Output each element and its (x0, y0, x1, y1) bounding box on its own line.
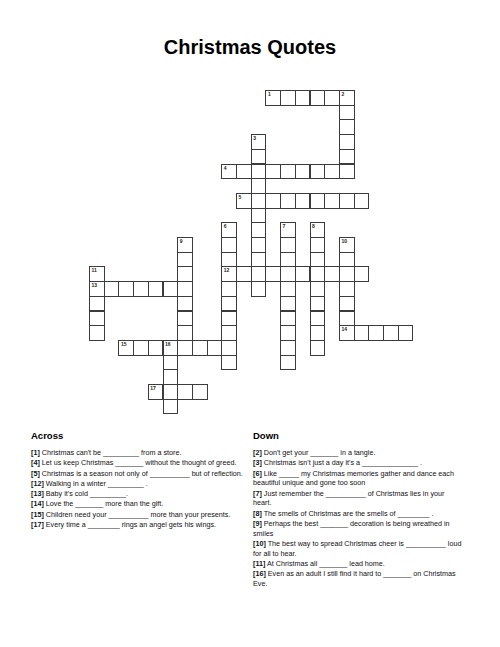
grid-cell-r16c19[interactable] (368, 325, 384, 341)
grid-cell-r12c6[interactable] (177, 266, 193, 282)
grid-cell-r16c13[interactable] (280, 325, 296, 341)
grid-cell-r16c20[interactable] (383, 325, 399, 341)
cell-number: 3 (252, 135, 266, 141)
down-clues-section: Down [2] Don't get your _______ in a tan… (253, 430, 464, 589)
clue-number: [9] (253, 519, 262, 528)
cell-number: 10 (340, 238, 354, 244)
grid-cell-r13c2[interactable] (118, 281, 134, 297)
grid-cell-r9c15[interactable]: 8 (310, 222, 326, 238)
grid-cell-r14c17[interactable] (339, 296, 355, 312)
cell-number: 14 (340, 326, 354, 332)
grid-cell-r2c17[interactable] (339, 119, 355, 135)
grid-cell-r9c11[interactable] (251, 222, 267, 238)
grid-cell-r17c3[interactable] (133, 340, 149, 356)
grid-cell-r12c18[interactable] (354, 266, 370, 282)
cell-number: 17 (149, 385, 163, 391)
grid-cell-r5c17[interactable] (339, 164, 355, 180)
cell-number: 15 (119, 341, 133, 347)
grid-cell-r5c11[interactable] (251, 164, 267, 180)
grid-cell-r3c17[interactable] (339, 134, 355, 150)
grid-cell-r13c15[interactable] (310, 281, 326, 297)
clue-number: [13] (31, 489, 44, 498)
grid-cell-r5c13[interactable] (280, 164, 296, 180)
grid-cell-r0c12[interactable]: 1 (265, 90, 281, 106)
crossword-grid: 1234567891011121314151617 (89, 90, 413, 414)
cell-number: 6 (222, 223, 236, 229)
grid-cell-r4c11[interactable] (251, 149, 267, 165)
grid-cell-r7c10[interactable]: 5 (236, 193, 252, 209)
grid-cell-r13c11[interactable] (251, 281, 267, 297)
grid-cell-r0c14[interactable] (295, 90, 311, 106)
grid-cell-r20c6[interactable] (177, 384, 193, 400)
clue-number: [5] (31, 469, 40, 478)
clue-number: [10] (253, 539, 266, 548)
grid-cell-r5c14[interactable] (295, 164, 311, 180)
grid-cell-r5c9[interactable]: 4 (221, 164, 237, 180)
grid-cell-r0c16[interactable] (324, 90, 340, 106)
grid-cell-r16c18[interactable] (354, 325, 370, 341)
grid-cell-r3c11[interactable]: 3 (251, 134, 267, 150)
grid-cell-r10c6[interactable]: 9 (177, 237, 193, 253)
grid-cell-r12c11[interactable] (251, 266, 267, 282)
grid-cell-r18c9[interactable] (221, 355, 237, 371)
grid-cell-r10c11[interactable] (251, 237, 267, 253)
clue-across-12: [12] Walking in a winter _________ . (31, 479, 250, 489)
grid-cell-r14c15[interactable] (310, 296, 326, 312)
clue-down-7: [7] Just remember the __________ of Chri… (253, 489, 464, 508)
grid-cell-r11c15[interactable] (310, 252, 326, 268)
grid-cell-r19c5[interactable] (163, 369, 179, 385)
grid-cell-r7c15[interactable] (310, 193, 326, 209)
grid-cell-r7c18[interactable] (354, 193, 370, 209)
clue-down-16: [16] Even as an adult I still find it ha… (253, 569, 464, 588)
across-clues: [1] Christmas can't be _________ from a … (31, 448, 250, 530)
clue-number: [2] (253, 448, 262, 457)
grid-cell-r14c13[interactable] (280, 296, 296, 312)
grid-cell-r17c9[interactable] (221, 340, 237, 356)
page-title: Christmas Quotes (0, 36, 500, 59)
grid-cell-r1c17[interactable] (339, 105, 355, 121)
cell-number: 5 (237, 194, 251, 200)
grid-cell-r5c12[interactable] (265, 164, 281, 180)
grid-cell-r17c2[interactable]: 15 (118, 340, 134, 356)
clue-down-3: [3] Christmas isn't just a day it's a __… (253, 458, 464, 468)
grid-cell-r17c7[interactable] (192, 340, 208, 356)
grid-cell-r13c4[interactable] (148, 281, 164, 297)
clue-across-5: [5] Christmas is a season not only of __… (31, 469, 250, 479)
clue-across-14: [14] Love the _______ more than the gift… (31, 499, 250, 509)
grid-cell-r10c9[interactable] (221, 237, 237, 253)
grid-cell-r17c4[interactable] (148, 340, 164, 356)
clue-down-9: [9] Perhaps the best _______ decoration … (253, 519, 464, 538)
cell-number: 4 (222, 165, 236, 171)
grid-cell-r0c15[interactable] (310, 90, 326, 106)
grid-cell-r5c10[interactable] (236, 164, 252, 180)
grid-cell-r17c13[interactable] (280, 340, 296, 356)
cell-number: 9 (178, 238, 192, 244)
grid-cell-r10c17[interactable]: 10 (339, 237, 355, 253)
grid-cell-r16c9[interactable] (221, 325, 237, 341)
grid-cell-r16c17[interactable]: 14 (339, 325, 355, 341)
grid-cell-r12c15[interactable] (310, 266, 326, 282)
down-clues: [2] Don't get your _______ in a tangle.[… (253, 448, 464, 589)
grid-cell-r11c17[interactable] (339, 252, 355, 268)
grid-cell-r12c16[interactable] (324, 266, 340, 282)
cell-number: 1 (266, 91, 280, 97)
grid-cell-r12c10[interactable] (236, 266, 252, 282)
cell-number: 11 (90, 267, 104, 273)
grid-cell-r12c12[interactable] (265, 266, 281, 282)
clue-number: [14] (31, 499, 44, 508)
grid-cell-r21c5[interactable] (163, 399, 179, 415)
grid-cell-r13c13[interactable] (280, 281, 296, 297)
grid-cell-r5c16[interactable] (324, 164, 340, 180)
grid-cell-r4c17[interactable] (339, 149, 355, 165)
grid-cell-r12c13[interactable] (280, 266, 296, 282)
cell-number: 7 (281, 223, 295, 229)
grid-cell-r20c4[interactable]: 17 (148, 384, 164, 400)
grid-cell-r16c0[interactable] (89, 325, 105, 341)
grid-cell-r11c6[interactable] (177, 252, 193, 268)
clue-number: [11] (253, 559, 265, 568)
grid-cell-r20c7[interactable] (192, 384, 208, 400)
cell-number: 13 (90, 282, 104, 288)
grid-cell-r7c11[interactable] (251, 193, 267, 209)
grid-cell-r11c9[interactable] (221, 252, 237, 268)
cell-number: 12 (222, 267, 236, 273)
grid-cell-r10c15[interactable] (310, 237, 326, 253)
grid-cell-r18c5[interactable] (163, 355, 179, 371)
grid-cell-r7c16[interactable] (324, 193, 340, 209)
grid-cell-r8c11[interactable] (251, 208, 267, 224)
grid-cell-r12c0[interactable]: 11 (89, 266, 105, 282)
grid-cell-r7c13[interactable] (280, 193, 296, 209)
grid-cell-r13c0[interactable]: 13 (89, 281, 105, 297)
clue-number: [12] (31, 479, 44, 488)
grid-cell-r13c5[interactable] (163, 281, 179, 297)
clue-down-6: [6] Like _____ my Christmas memories gat… (253, 469, 464, 488)
grid-cell-r7c12[interactable] (265, 193, 281, 209)
grid-cell-r17c6[interactable] (177, 340, 193, 356)
grid-cell-r16c21[interactable] (398, 325, 414, 341)
grid-cell-r17c8[interactable] (207, 340, 223, 356)
across-clues-section: Across [1] Christmas can't be _________ … (31, 430, 250, 530)
clue-number: [7] (253, 489, 262, 498)
grid-cell-r10c13[interactable] (280, 237, 296, 253)
grid-cell-r15c17[interactable] (339, 311, 355, 327)
grid-cell-r18c13[interactable] (280, 355, 296, 371)
across-header: Across (31, 430, 250, 441)
grid-cell-r17c5[interactable]: 16 (163, 340, 179, 356)
clue-across-1: [1] Christmas can't be _________ from a … (31, 448, 250, 458)
grid-cell-r14c9[interactable] (221, 296, 237, 312)
grid-cell-r6c11[interactable] (251, 178, 267, 194)
grid-cell-r13c17[interactable] (339, 281, 355, 297)
grid-cell-r16c15[interactable] (310, 325, 326, 341)
grid-cell-r0c17[interactable]: 2 (339, 90, 355, 106)
grid-cell-r15c0[interactable] (89, 311, 105, 327)
grid-cell-r15c6[interactable] (177, 311, 193, 327)
grid-cell-r5c15[interactable] (310, 164, 326, 180)
cell-number: 16 (164, 341, 178, 347)
grid-cell-r9c9[interactable]: 6 (221, 222, 237, 238)
cell-number: 8 (311, 223, 325, 229)
clue-across-15: [15] Children need your __________ more … (31, 510, 250, 520)
grid-cell-r13c9[interactable] (221, 281, 237, 297)
page: Christmas Quotes 12345678910111213141516… (0, 0, 500, 647)
grid-cell-r13c3[interactable] (133, 281, 149, 297)
clue-number: [16] (253, 569, 266, 578)
grid-cell-r12c17[interactable] (339, 266, 355, 282)
grid-cell-r0c13[interactable] (280, 90, 296, 106)
grid-cell-r20c5[interactable] (163, 384, 179, 400)
grid-cell-r17c15[interactable] (310, 340, 326, 356)
clue-number: [17] (31, 520, 44, 529)
clue-down-10: [10] The best way to spread Christmas ch… (253, 539, 464, 558)
clue-number: [4] (31, 458, 40, 467)
clue-number: [1] (31, 448, 40, 457)
clue-down-8: [8] The smells of Christmas are the smel… (253, 509, 464, 519)
clue-down-11: [11] At Christmas all _______ lead home. (253, 559, 464, 569)
clue-number: [15] (31, 510, 44, 519)
grid-cell-r15c15[interactable] (310, 311, 326, 327)
clue-across-13: [13] Baby it's cold _________. (31, 489, 250, 499)
cell-number: 2 (340, 91, 354, 97)
grid-cell-r7c17[interactable] (339, 193, 355, 209)
grid-cell-r13c1[interactable] (104, 281, 120, 297)
clue-across-17: [17] Every time a ________ rings an ange… (31, 520, 250, 530)
clue-down-2: [2] Don't get your _______ in a tangle. (253, 448, 464, 458)
down-header: Down (253, 430, 464, 441)
clue-number: [6] (253, 469, 262, 478)
grid-cell-r12c9[interactable]: 12 (221, 266, 237, 282)
grid-cell-r11c11[interactable] (251, 252, 267, 268)
grid-cell-r13c6[interactable] (177, 281, 193, 297)
clue-across-4: [4] Let us keep Christmas _______ withou… (31, 458, 250, 468)
grid-cell-r9c13[interactable]: 7 (280, 222, 296, 238)
grid-cell-r7c14[interactable] (295, 193, 311, 209)
grid-cell-r16c6[interactable] (177, 325, 193, 341)
clue-number: [8] (253, 509, 262, 518)
grid-cell-r14c0[interactable] (89, 296, 105, 312)
grid-cell-r15c9[interactable] (221, 311, 237, 327)
clue-number: [3] (253, 458, 262, 467)
grid-cell-r14c6[interactable] (177, 296, 193, 312)
grid-cell-r15c13[interactable] (280, 311, 296, 327)
grid-cell-r11c13[interactable] (280, 252, 296, 268)
grid-cell-r12c14[interactable] (295, 266, 311, 282)
